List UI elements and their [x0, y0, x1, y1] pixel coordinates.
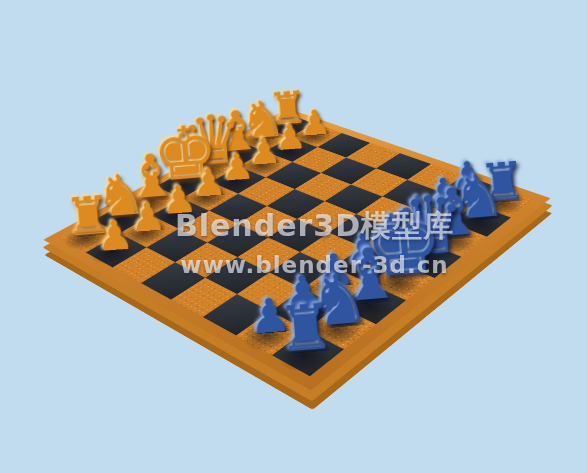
piece-gold-rook: ♜	[256, 22, 315, 128]
chessboard-3d: ♜♟♟♜♞♟♟♞♝♟♟♝♛♟♟♛♚♟♟♚♝♟♟♝♞♟♟♞♜♟♟♜	[43, 108, 550, 390]
piece-blue-pawn: ♟	[430, 70, 498, 191]
board-frame: ♜♟♟♜♞♟♟♞♝♟♟♝♛♟♟♛♚♟♟♚♝♟♟♝♞♟♟♞♜♟♟♜	[43, 108, 550, 390]
chessboard-scene: ♜♟♟♜♞♟♟♞♝♟♟♝♛♟♟♛♚♟♟♚♝♟♟♝♞♟♟♞♜♟♟♜	[103, 25, 491, 413]
render-canvas: ♜♟♟♜♞♟♟♞♝♟♟♝♛♟♟♛♚♟♟♚♝♟♟♝♞♟♟♞♜♟♟♜ Blender…	[0, 0, 587, 473]
chessboard-grid: ♜♟♟♜♞♟♟♞♝♟♟♝♛♟♟♛♚♟♟♚♝♟♟♝♞♟♟♞♜♟♟♜	[60, 115, 534, 377]
